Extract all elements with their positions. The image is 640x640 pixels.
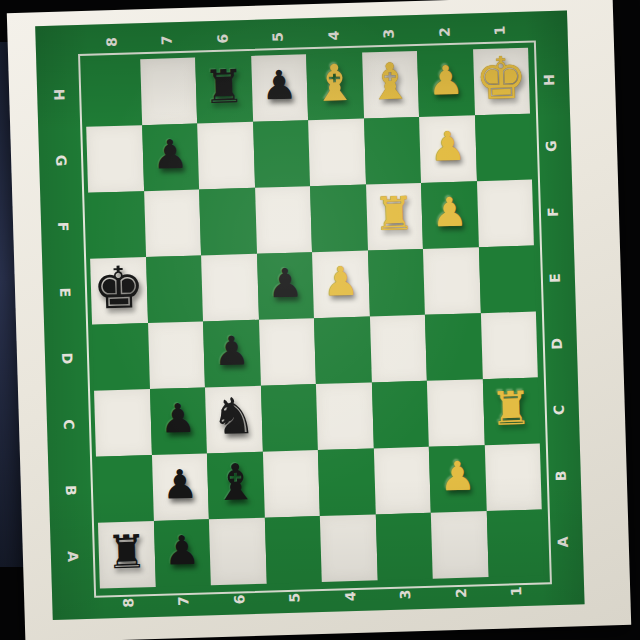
board-square[interactable] [201,254,258,322]
white-pawn-piece[interactable]: ♟ [429,126,466,167]
white-king-piece[interactable]: ♚ [474,49,528,109]
black-knight-piece[interactable]: ♞ [210,391,256,442]
coord-label-bottom-6: 6 [229,589,250,610]
board-square[interactable]: ♟ [153,519,210,587]
board-square[interactable] [197,122,254,190]
board-square[interactable] [264,516,321,584]
board-square[interactable] [258,318,315,386]
black-pawn-piece[interactable]: ♟ [267,262,304,303]
board-square[interactable] [92,323,149,391]
board-square[interactable] [86,125,143,193]
coord-label-left-A: A [63,546,84,567]
board-square[interactable]: ♟ [150,387,207,455]
white-bishop-piece[interactable]: ♝ [312,58,358,109]
board-square[interactable] [316,382,373,450]
coord-label-left-D: D [57,348,78,369]
coord-label-top-8: 8 [101,32,122,53]
black-pawn-piece[interactable]: ♟ [152,134,189,175]
chess-board: ♜♟♝♝♟♚♟♟♜♟♚♟♟♟♟♞♜♟♝♟♜♟ 8877665544332211H… [35,11,584,621]
board-square[interactable] [371,381,428,449]
coord-label-bottom-5: 5 [284,588,305,609]
coord-label-left-G: G [51,150,72,171]
board-square[interactable]: ♝ [306,53,363,121]
board-square[interactable]: ♜ [482,378,539,446]
board-square[interactable]: ♚ [473,48,530,116]
board-square[interactable]: ♟ [257,252,314,320]
board-square[interactable] [478,246,535,314]
board-square[interactable] [88,191,145,259]
board-grid: ♜♟♝♝♟♚♟♟♜♟♚♟♟♟♟♞♜♟♝♟♜♟ [84,48,543,589]
black-pawn-piece[interactable]: ♟ [160,398,197,439]
board-square[interactable] [373,447,430,515]
black-pawn-piece[interactable]: ♟ [164,530,201,571]
board-square[interactable] [367,249,424,317]
board-square[interactable] [318,448,375,516]
board-square[interactable] [140,58,197,126]
board-square[interactable] [146,255,203,323]
coord-label-top-3: 3 [379,24,400,45]
board-square[interactable]: ♟ [417,49,474,117]
board-square[interactable] [253,120,310,188]
board-square[interactable] [255,186,312,254]
coord-label-top-4: 4 [323,25,344,46]
board-square[interactable] [209,518,266,586]
board-square[interactable]: ♝ [207,452,264,520]
board-square[interactable]: ♝ [362,51,419,119]
board-square[interactable] [260,384,317,452]
board-square[interactable] [431,511,488,579]
board-square[interactable] [148,321,205,389]
paper-mat: ♜♟♝♝♟♚♟♟♜♟♚♟♟♟♟♞♜♟♝♟♜♟ 8877665544332211H… [7,0,631,640]
board-square[interactable]: ♟ [151,453,208,521]
coord-label-top-6: 6 [212,28,233,49]
black-rook-piece[interactable]: ♜ [105,528,148,575]
board-square[interactable] [425,313,482,381]
board-square[interactable] [320,514,377,582]
board-square[interactable] [84,59,141,127]
coord-label-left-C: C [59,414,80,435]
board-square[interactable] [484,444,541,512]
board-square[interactable] [308,119,365,187]
coord-label-bottom-3: 3 [395,584,416,605]
board-square[interactable] [364,117,421,185]
board-square[interactable]: ♜ [195,56,252,124]
board-square[interactable] [144,189,201,257]
black-pawn-piece[interactable]: ♟ [261,65,298,106]
coordinate-labels: 8877665544332211HHGGFFEEDDCCBBAA [35,11,567,27]
white-rook-piece[interactable]: ♜ [490,385,533,432]
black-king-piece[interactable]: ♚ [92,258,146,318]
coord-label-top-1: 1 [489,20,510,41]
board-square[interactable]: ♟ [429,445,486,513]
board-square[interactable]: ♟ [203,320,260,388]
coord-label-bottom-7: 7 [173,591,194,612]
coord-label-bottom-1: 1 [506,581,527,602]
black-rook-piece[interactable]: ♜ [203,63,246,110]
coord-label-right-E: E [545,268,566,289]
board-square[interactable]: ♞ [205,386,262,454]
board-square[interactable]: ♟ [312,251,369,319]
coord-label-left-B: B [61,480,82,501]
white-pawn-piece[interactable]: ♟ [427,60,464,101]
board-square[interactable] [310,185,367,253]
black-pawn-piece[interactable]: ♟ [162,464,199,505]
board-square[interactable]: ♟ [419,115,476,183]
board-square[interactable]: ♜ [366,183,423,251]
coord-label-left-E: E [55,282,76,303]
coord-label-left-F: F [53,216,74,237]
black-pawn-piece[interactable]: ♟ [213,330,250,371]
board-square[interactable] [314,317,371,385]
coord-label-bottom-8: 8 [118,592,139,613]
board-square[interactable] [369,315,426,383]
board-square[interactable] [480,312,537,380]
board-square[interactable]: ♜ [98,521,155,589]
black-bishop-piece[interactable]: ♝ [212,457,258,508]
board-square[interactable] [94,389,151,457]
coord-label-right-H: H [539,70,560,91]
coord-label-left-H: H [49,84,70,105]
white-bishop-piece[interactable]: ♝ [367,56,413,107]
board-square[interactable] [423,247,480,315]
white-pawn-piece[interactable]: ♟ [439,455,476,496]
coord-label-bottom-4: 4 [340,586,361,607]
board-square[interactable]: ♚ [90,257,147,325]
white-pawn-piece[interactable]: ♟ [431,192,468,233]
white-rook-piece[interactable]: ♜ [373,190,416,237]
coord-label-bottom-2: 2 [451,583,472,604]
board-square[interactable] [262,450,319,518]
board-square[interactable] [199,188,256,256]
board-square[interactable] [375,513,432,581]
board-square[interactable]: ♟ [142,124,199,192]
board-square[interactable] [427,379,484,447]
coord-label-top-5: 5 [268,27,289,48]
coord-label-top-2: 2 [434,22,455,43]
white-pawn-piece[interactable]: ♟ [322,261,359,302]
coord-label-right-C: C [549,400,570,421]
board-square[interactable] [486,509,543,577]
board-square[interactable] [475,114,532,182]
coord-label-right-A: A [552,532,573,553]
coord-label-top-7: 7 [157,30,178,51]
board-square[interactable]: ♟ [421,181,478,249]
coord-label-right-G: G [541,136,562,157]
coord-label-right-B: B [550,466,571,487]
board-square[interactable] [96,455,153,523]
board-square[interactable]: ♟ [251,54,308,122]
coord-label-right-F: F [543,202,564,223]
board-square[interactable] [476,180,533,248]
coord-label-right-D: D [547,334,568,355]
